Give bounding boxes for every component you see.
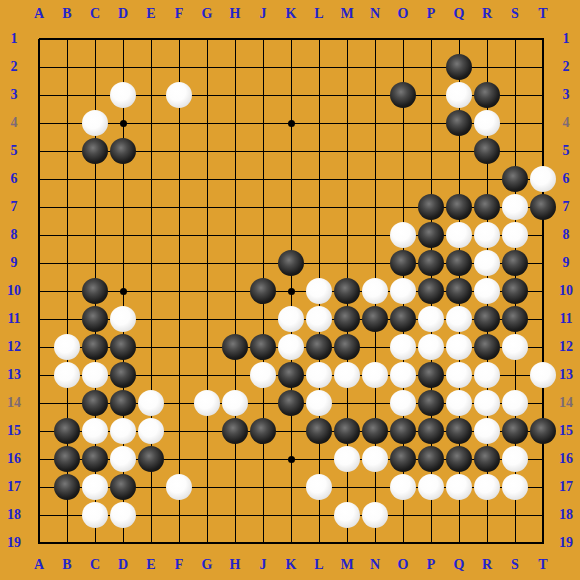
stone-black[interactable] xyxy=(54,446,80,472)
row-label-left: 7 xyxy=(1,199,27,215)
stone-white[interactable] xyxy=(530,362,556,388)
go-board[interactable]: AABBCCDDEEFFGGHHJJKKLLMMNNOOPPQQRRSSTT11… xyxy=(0,0,580,580)
stone-white[interactable] xyxy=(110,418,136,444)
column-label-bottom: T xyxy=(530,557,556,573)
column-label-bottom: Q xyxy=(446,557,472,573)
stone-white[interactable] xyxy=(474,222,500,248)
stone-black[interactable] xyxy=(418,250,444,276)
star-point xyxy=(120,288,127,295)
stone-black[interactable] xyxy=(278,390,304,416)
row-label-right: 13 xyxy=(553,367,579,383)
stone-white[interactable] xyxy=(110,82,136,108)
column-label-bottom: A xyxy=(26,557,52,573)
stone-white[interactable] xyxy=(306,306,332,332)
row-label-left: 2 xyxy=(1,59,27,75)
column-label-bottom: B xyxy=(54,557,80,573)
column-label-bottom: N xyxy=(362,557,388,573)
column-label-bottom: J xyxy=(250,557,276,573)
row-label-right: 17 xyxy=(553,479,579,495)
row-label-right: 11 xyxy=(553,311,579,327)
column-label-top: J xyxy=(250,6,276,22)
stone-black[interactable] xyxy=(446,194,472,220)
row-label-right: 7 xyxy=(553,199,579,215)
row-label-right: 3 xyxy=(553,87,579,103)
stone-white[interactable] xyxy=(334,362,360,388)
row-label-right: 9 xyxy=(553,255,579,271)
stone-black[interactable] xyxy=(138,446,164,472)
grid-line-horizontal xyxy=(39,542,544,544)
stone-black[interactable] xyxy=(418,362,444,388)
row-label-left: 17 xyxy=(1,479,27,495)
stone-black[interactable] xyxy=(474,194,500,220)
column-label-bottom: G xyxy=(194,557,220,573)
stone-black[interactable] xyxy=(446,54,472,80)
stone-white[interactable] xyxy=(474,418,500,444)
row-label-right: 19 xyxy=(553,535,579,551)
column-label-top: P xyxy=(418,6,444,22)
row-label-left: 6 xyxy=(1,171,27,187)
stone-white[interactable] xyxy=(390,474,416,500)
stone-white[interactable] xyxy=(446,306,472,332)
column-label-top: D xyxy=(110,6,136,22)
row-label-left: 5 xyxy=(1,143,27,159)
stone-white[interactable] xyxy=(474,250,500,276)
stone-black[interactable] xyxy=(446,278,472,304)
stone-black[interactable] xyxy=(82,390,108,416)
star-point xyxy=(120,120,127,127)
stone-black[interactable] xyxy=(530,418,556,444)
stone-black[interactable] xyxy=(418,418,444,444)
stone-white[interactable] xyxy=(110,306,136,332)
stone-black[interactable] xyxy=(334,306,360,332)
stone-black[interactable] xyxy=(390,306,416,332)
stone-black[interactable] xyxy=(334,418,360,444)
stone-white[interactable] xyxy=(446,390,472,416)
stone-white[interactable] xyxy=(474,362,500,388)
stone-black[interactable] xyxy=(474,446,500,472)
stone-black[interactable] xyxy=(418,446,444,472)
stone-black[interactable] xyxy=(446,110,472,136)
stone-white[interactable] xyxy=(502,474,528,500)
column-label-top: K xyxy=(278,6,304,22)
row-label-right: 8 xyxy=(553,227,579,243)
row-label-right: 15 xyxy=(553,423,579,439)
stone-white[interactable] xyxy=(502,446,528,472)
stone-white[interactable] xyxy=(82,110,108,136)
column-label-bottom: F xyxy=(166,557,192,573)
stone-white[interactable] xyxy=(390,362,416,388)
stone-white[interactable] xyxy=(390,222,416,248)
stone-white[interactable] xyxy=(82,502,108,528)
stone-white[interactable] xyxy=(278,334,304,360)
stone-white[interactable] xyxy=(306,362,332,388)
stone-black[interactable] xyxy=(502,278,528,304)
stone-white[interactable] xyxy=(446,362,472,388)
row-label-right: 6 xyxy=(553,171,579,187)
column-label-top: E xyxy=(138,6,164,22)
stone-black[interactable] xyxy=(390,250,416,276)
column-label-top: N xyxy=(362,6,388,22)
stone-black[interactable] xyxy=(82,278,108,304)
stone-white[interactable] xyxy=(362,362,388,388)
column-label-top: O xyxy=(390,6,416,22)
column-label-bottom: D xyxy=(110,557,136,573)
stone-white[interactable] xyxy=(418,474,444,500)
column-label-bottom: M xyxy=(334,557,360,573)
stone-black[interactable] xyxy=(530,194,556,220)
row-label-left: 12 xyxy=(1,339,27,355)
column-label-bottom: H xyxy=(222,557,248,573)
stone-white[interactable] xyxy=(390,334,416,360)
stone-black[interactable] xyxy=(474,306,500,332)
stone-white[interactable] xyxy=(166,474,192,500)
row-label-right: 2 xyxy=(553,59,579,75)
star-point xyxy=(288,288,295,295)
stone-white[interactable] xyxy=(250,362,276,388)
stone-black[interactable] xyxy=(390,446,416,472)
stone-white[interactable] xyxy=(222,390,248,416)
stone-black[interactable] xyxy=(362,306,388,332)
row-label-left: 1 xyxy=(1,31,27,47)
stone-white[interactable] xyxy=(474,278,500,304)
stone-black[interactable] xyxy=(222,418,248,444)
stone-black[interactable] xyxy=(502,306,528,332)
row-label-left: 15 xyxy=(1,423,27,439)
column-label-top: G xyxy=(194,6,220,22)
stone-black[interactable] xyxy=(250,278,276,304)
column-label-top: R xyxy=(474,6,500,22)
stone-white[interactable] xyxy=(82,418,108,444)
row-label-right: 18 xyxy=(553,507,579,523)
stone-white[interactable] xyxy=(362,446,388,472)
stone-black[interactable] xyxy=(250,418,276,444)
stone-black[interactable] xyxy=(418,222,444,248)
row-label-left: 3 xyxy=(1,87,27,103)
stone-black[interactable] xyxy=(278,250,304,276)
row-label-left: 19 xyxy=(1,535,27,551)
stone-white[interactable] xyxy=(446,474,472,500)
row-label-right: 1 xyxy=(553,31,579,47)
column-label-top: C xyxy=(82,6,108,22)
row-label-right: 4 xyxy=(553,115,579,131)
stone-white[interactable] xyxy=(306,390,332,416)
column-label-bottom: S xyxy=(502,557,528,573)
stone-black[interactable] xyxy=(502,250,528,276)
column-label-top: M xyxy=(334,6,360,22)
stone-white[interactable] xyxy=(446,222,472,248)
stone-black[interactable] xyxy=(110,362,136,388)
grid-line-vertical xyxy=(542,39,544,544)
stone-black[interactable] xyxy=(110,334,136,360)
stone-black[interactable] xyxy=(82,334,108,360)
stone-black[interactable] xyxy=(446,250,472,276)
stone-black[interactable] xyxy=(474,334,500,360)
stone-black[interactable] xyxy=(362,418,388,444)
stone-black[interactable] xyxy=(82,138,108,164)
column-label-bottom: O xyxy=(390,557,416,573)
column-label-top: F xyxy=(166,6,192,22)
row-label-left: 4 xyxy=(1,115,27,131)
stone-black[interactable] xyxy=(82,446,108,472)
stone-white[interactable] xyxy=(110,446,136,472)
stone-white[interactable] xyxy=(138,390,164,416)
stone-black[interactable] xyxy=(222,334,248,360)
row-label-left: 18 xyxy=(1,507,27,523)
stone-white[interactable] xyxy=(446,334,472,360)
stone-black[interactable] xyxy=(334,334,360,360)
stone-white[interactable] xyxy=(502,194,528,220)
stone-white[interactable] xyxy=(54,334,80,360)
stone-white[interactable] xyxy=(502,334,528,360)
row-label-left: 8 xyxy=(1,227,27,243)
stone-black[interactable] xyxy=(502,418,528,444)
stone-black[interactable] xyxy=(54,474,80,500)
row-label-left: 11 xyxy=(1,311,27,327)
stone-black[interactable] xyxy=(390,82,416,108)
stone-white[interactable] xyxy=(82,474,108,500)
row-label-right: 16 xyxy=(553,451,579,467)
row-label-left: 13 xyxy=(1,367,27,383)
stone-black[interactable] xyxy=(502,166,528,192)
stone-white[interactable] xyxy=(390,390,416,416)
stone-white[interactable] xyxy=(166,82,192,108)
column-label-top: L xyxy=(306,6,332,22)
column-label-bottom: R xyxy=(474,557,500,573)
row-label-right: 5 xyxy=(553,143,579,159)
stone-black[interactable] xyxy=(278,362,304,388)
star-point xyxy=(288,456,295,463)
stone-white[interactable] xyxy=(474,390,500,416)
stone-black[interactable] xyxy=(474,138,500,164)
stone-white[interactable] xyxy=(110,502,136,528)
stone-white[interactable] xyxy=(194,390,220,416)
stone-black[interactable] xyxy=(474,82,500,108)
column-label-bottom: E xyxy=(138,557,164,573)
row-label-left: 14 xyxy=(1,395,27,411)
column-label-top: T xyxy=(530,6,556,22)
stone-white[interactable] xyxy=(82,362,108,388)
row-label-right: 10 xyxy=(553,283,579,299)
stone-white[interactable] xyxy=(418,334,444,360)
stone-black[interactable] xyxy=(250,334,276,360)
stone-white[interactable] xyxy=(54,362,80,388)
stone-white[interactable] xyxy=(502,390,528,416)
stone-black[interactable] xyxy=(110,474,136,500)
stone-black[interactable] xyxy=(418,390,444,416)
column-label-top: S xyxy=(502,6,528,22)
stone-white[interactable] xyxy=(474,110,500,136)
stone-white[interactable] xyxy=(306,474,332,500)
go-board-screenshot: AABBCCDDEEFFGGHHJJKKLLMMNNOOPPQQRRSSTT11… xyxy=(0,0,580,580)
stone-white[interactable] xyxy=(502,222,528,248)
column-label-bottom: L xyxy=(306,557,332,573)
row-label-right: 12 xyxy=(553,339,579,355)
stone-black[interactable] xyxy=(110,390,136,416)
row-label-left: 9 xyxy=(1,255,27,271)
stone-white[interactable] xyxy=(446,82,472,108)
stone-black[interactable] xyxy=(446,446,472,472)
stone-black[interactable] xyxy=(418,278,444,304)
column-label-bottom: K xyxy=(278,557,304,573)
stone-black[interactable] xyxy=(390,418,416,444)
stone-black[interactable] xyxy=(306,418,332,444)
stone-black[interactable] xyxy=(418,194,444,220)
column-label-bottom: C xyxy=(82,557,108,573)
stone-white[interactable] xyxy=(418,306,444,332)
stone-white[interactable] xyxy=(390,278,416,304)
stone-black[interactable] xyxy=(306,334,332,360)
stone-white[interactable] xyxy=(474,474,500,500)
row-label-right: 14 xyxy=(553,395,579,411)
stone-white[interactable] xyxy=(362,278,388,304)
stone-white[interactable] xyxy=(306,278,332,304)
stone-white[interactable] xyxy=(334,446,360,472)
column-label-top: B xyxy=(54,6,80,22)
stone-white[interactable] xyxy=(530,166,556,192)
stone-black[interactable] xyxy=(446,418,472,444)
row-label-left: 16 xyxy=(1,451,27,467)
column-label-top: A xyxy=(26,6,52,22)
stone-black[interactable] xyxy=(54,418,80,444)
column-label-bottom: P xyxy=(418,557,444,573)
stone-white[interactable] xyxy=(278,306,304,332)
stone-black[interactable] xyxy=(334,278,360,304)
stone-white[interactable] xyxy=(362,502,388,528)
column-label-top: Q xyxy=(446,6,472,22)
column-label-top: H xyxy=(222,6,248,22)
star-point xyxy=(288,120,295,127)
stone-white[interactable] xyxy=(334,502,360,528)
row-label-left: 10 xyxy=(1,283,27,299)
stone-black[interactable] xyxy=(110,138,136,164)
stone-white[interactable] xyxy=(138,418,164,444)
stone-black[interactable] xyxy=(82,306,108,332)
